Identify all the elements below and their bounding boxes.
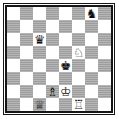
- square-h4[interactable]: [98, 59, 111, 72]
- square-c1[interactable]: ♕: [33, 98, 46, 111]
- square-f6[interactable]: [72, 33, 85, 46]
- square-h5[interactable]: [98, 46, 111, 59]
- square-d4[interactable]: [46, 59, 59, 72]
- square-d3[interactable]: [46, 72, 59, 85]
- square-e2[interactable]: ♔: [59, 85, 72, 98]
- square-d1[interactable]: [46, 98, 59, 111]
- square-d5[interactable]: [46, 46, 59, 59]
- square-e8[interactable]: [59, 7, 72, 20]
- square-a3[interactable]: [7, 72, 20, 85]
- square-h2[interactable]: [98, 85, 111, 98]
- chess-board-border: ♞♛♘♚♗♔♕♖: [5, 5, 113, 113]
- square-c7[interactable]: [33, 20, 46, 33]
- square-g7[interactable]: [85, 20, 98, 33]
- square-b6[interactable]: [20, 33, 33, 46]
- square-e6[interactable]: [59, 33, 72, 46]
- square-d7[interactable]: [46, 20, 59, 33]
- square-a7[interactable]: [7, 20, 20, 33]
- square-e1[interactable]: [59, 98, 72, 111]
- square-e5[interactable]: [59, 46, 72, 59]
- square-a8[interactable]: [7, 7, 20, 20]
- white-rook[interactable]: ♖: [73, 98, 84, 111]
- square-c2[interactable]: [33, 85, 46, 98]
- square-d8[interactable]: [46, 7, 59, 20]
- square-f3[interactable]: [72, 72, 85, 85]
- square-c3[interactable]: [33, 72, 46, 85]
- square-b1[interactable]: [20, 98, 33, 111]
- square-b2[interactable]: [20, 85, 33, 98]
- white-king[interactable]: ♔: [60, 85, 71, 98]
- square-h7[interactable]: [98, 20, 111, 33]
- square-a4[interactable]: [7, 59, 20, 72]
- square-g1[interactable]: [85, 98, 98, 111]
- square-f8[interactable]: [72, 7, 85, 20]
- square-g3[interactable]: [85, 72, 98, 85]
- square-f1[interactable]: ♖: [72, 98, 85, 111]
- square-b4[interactable]: [20, 59, 33, 72]
- square-f2[interactable]: [72, 85, 85, 98]
- square-g4[interactable]: [85, 59, 98, 72]
- black-king[interactable]: ♚: [60, 59, 71, 72]
- square-a2[interactable]: [7, 85, 20, 98]
- square-h1[interactable]: [98, 98, 111, 111]
- square-a5[interactable]: [7, 46, 20, 59]
- chess-board: ♞♛♘♚♗♔♕♖: [7, 7, 111, 111]
- chess-board-frame: ♞♛♘♚♗♔♕♖: [3, 3, 115, 115]
- square-e4[interactable]: ♚: [59, 59, 72, 72]
- square-g6[interactable]: [85, 33, 98, 46]
- square-g5[interactable]: [85, 46, 98, 59]
- square-b3[interactable]: [20, 72, 33, 85]
- square-c5[interactable]: [33, 46, 46, 59]
- square-h3[interactable]: [98, 72, 111, 85]
- black-queen[interactable]: ♛: [34, 33, 45, 46]
- black-knight[interactable]: ♞: [86, 7, 97, 20]
- square-a1[interactable]: [7, 98, 20, 111]
- square-c4[interactable]: [33, 59, 46, 72]
- square-e3[interactable]: [59, 72, 72, 85]
- square-d6[interactable]: [46, 33, 59, 46]
- square-a6[interactable]: [7, 33, 20, 46]
- white-bishop[interactable]: ♗: [47, 85, 58, 98]
- square-c8[interactable]: [33, 7, 46, 20]
- square-g8[interactable]: ♞: [85, 7, 98, 20]
- square-e7[interactable]: [59, 20, 72, 33]
- square-f7[interactable]: [72, 20, 85, 33]
- square-b7[interactable]: [20, 20, 33, 33]
- white-queen[interactable]: ♕: [34, 98, 45, 111]
- square-f4[interactable]: [72, 59, 85, 72]
- square-h8[interactable]: [98, 7, 111, 20]
- square-b5[interactable]: [20, 46, 33, 59]
- white-knight[interactable]: ♘: [73, 46, 84, 59]
- square-b8[interactable]: [20, 7, 33, 20]
- square-d2[interactable]: ♗: [46, 85, 59, 98]
- square-c6[interactable]: ♛: [33, 33, 46, 46]
- square-g2[interactable]: [85, 85, 98, 98]
- square-h6[interactable]: [98, 33, 111, 46]
- square-f5[interactable]: ♘: [72, 46, 85, 59]
